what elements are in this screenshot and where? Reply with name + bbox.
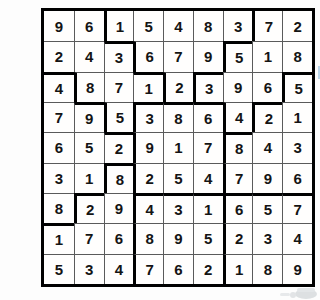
cell-r4c1[interactable]: 7	[44, 102, 74, 132]
cell-r7c2[interactable]: 2	[74, 193, 104, 223]
cell-r9c4[interactable]: 7	[133, 254, 163, 284]
cell-r5c6[interactable]: 7	[193, 132, 223, 162]
cell-r7c5[interactable]: 3	[163, 193, 193, 223]
cell-r2c9[interactable]: 8	[282, 41, 312, 71]
cell-r6c8[interactable]: 9	[252, 163, 282, 193]
cell-r8c9[interactable]: 4	[282, 223, 312, 253]
cell-r8c8[interactable]: 3	[252, 223, 282, 253]
sudoku-board: 9615483722436795184871239657953864216529…	[41, 8, 315, 287]
cell-r3c8[interactable]: 6	[252, 72, 282, 102]
cell-r2c2[interactable]: 4	[74, 41, 104, 71]
cell-r2c3[interactable]: 3	[104, 41, 134, 71]
cell-r5c7[interactable]: 8	[223, 132, 253, 162]
cell-r1c6[interactable]: 8	[193, 11, 223, 41]
cell-r3c6[interactable]: 3	[193, 72, 223, 102]
cell-r9c8[interactable]: 8	[252, 254, 282, 284]
cell-r6c1[interactable]: 3	[44, 163, 74, 193]
cell-r5c5[interactable]: 1	[163, 132, 193, 162]
cell-r4c4[interactable]: 3	[133, 102, 163, 132]
cell-r5c8[interactable]: 4	[252, 132, 282, 162]
cell-r6c4[interactable]: 2	[133, 163, 163, 193]
cell-r1c9[interactable]: 2	[282, 11, 312, 41]
cell-r9c6[interactable]: 2	[193, 254, 223, 284]
cell-r4c7[interactable]: 4	[223, 102, 253, 132]
cell-r9c7[interactable]: 1	[223, 254, 253, 284]
cell-r1c8[interactable]: 7	[252, 11, 282, 41]
cell-r3c4[interactable]: 1	[133, 72, 163, 102]
cell-r8c3[interactable]: 6	[104, 223, 134, 253]
cell-r4c5[interactable]: 8	[163, 102, 193, 132]
cell-r1c1[interactable]: 9	[44, 11, 74, 41]
cell-r6c6[interactable]: 4	[193, 163, 223, 193]
cell-r4c2[interactable]: 9	[74, 102, 104, 132]
cell-r5c1[interactable]: 6	[44, 132, 74, 162]
cell-r6c9[interactable]: 6	[282, 163, 312, 193]
cell-r5c9[interactable]: 3	[282, 132, 312, 162]
cell-r2c8[interactable]: 1	[252, 41, 282, 71]
cell-r7c4[interactable]: 4	[133, 193, 163, 223]
cell-r3c3[interactable]: 7	[104, 72, 134, 102]
cell-r8c5[interactable]: 9	[163, 223, 193, 253]
cell-r1c3[interactable]: 1	[104, 11, 134, 41]
cell-r7c7[interactable]: 6	[223, 193, 253, 223]
cell-r9c3[interactable]: 4	[104, 254, 134, 284]
cell-r8c1[interactable]: 1	[44, 223, 74, 253]
cell-r9c9[interactable]: 9	[282, 254, 312, 284]
cell-r5c2[interactable]: 5	[74, 132, 104, 162]
cell-r7c3[interactable]: 9	[104, 193, 134, 223]
cell-r2c4[interactable]: 6	[133, 41, 163, 71]
cell-r3c2[interactable]: 8	[74, 72, 104, 102]
cell-r3c5[interactable]: 2	[163, 72, 193, 102]
cell-r8c4[interactable]: 8	[133, 223, 163, 253]
cell-r7c6[interactable]: 1	[193, 193, 223, 223]
cell-r2c5[interactable]: 7	[163, 41, 193, 71]
cell-r2c6[interactable]: 9	[193, 41, 223, 71]
cell-r2c7[interactable]: 5	[223, 41, 253, 71]
cell-r7c1[interactable]: 8	[44, 193, 74, 223]
cell-r8c6[interactable]: 5	[193, 223, 223, 253]
cell-r5c4[interactable]: 9	[133, 132, 163, 162]
cell-r1c5[interactable]: 4	[163, 11, 193, 41]
cell-r8c7[interactable]: 2	[223, 223, 253, 253]
cell-r9c2[interactable]: 3	[74, 254, 104, 284]
cell-r4c9[interactable]: 1	[282, 102, 312, 132]
cell-r1c2[interactable]: 6	[74, 11, 104, 41]
watermark-logo	[266, 286, 318, 300]
cell-r3c9[interactable]: 5	[282, 72, 312, 102]
cell-r1c4[interactable]: 5	[133, 11, 163, 41]
cell-r4c8[interactable]: 2	[252, 102, 282, 132]
cell-r7c9[interactable]: 7	[282, 193, 312, 223]
cell-r9c1[interactable]: 5	[44, 254, 74, 284]
cell-r3c1[interactable]: 4	[44, 72, 74, 102]
cell-r8c2[interactable]: 7	[74, 223, 104, 253]
cell-r4c6[interactable]: 6	[193, 102, 223, 132]
cell-r5c3[interactable]: 2	[104, 132, 134, 162]
cell-r2c1[interactable]: 2	[44, 41, 74, 71]
cell-r7c8[interactable]: 5	[252, 193, 282, 223]
cell-r4c3[interactable]: 5	[104, 102, 134, 132]
cell-r6c5[interactable]: 5	[163, 163, 193, 193]
cell-r6c7[interactable]: 7	[223, 163, 253, 193]
cell-r9c5[interactable]: 6	[163, 254, 193, 284]
cell-r3c7[interactable]: 9	[223, 72, 253, 102]
cell-r6c2[interactable]: 1	[74, 163, 104, 193]
cell-r1c7[interactable]: 3	[223, 11, 253, 41]
cell-r6c3[interactable]: 8	[104, 163, 134, 193]
